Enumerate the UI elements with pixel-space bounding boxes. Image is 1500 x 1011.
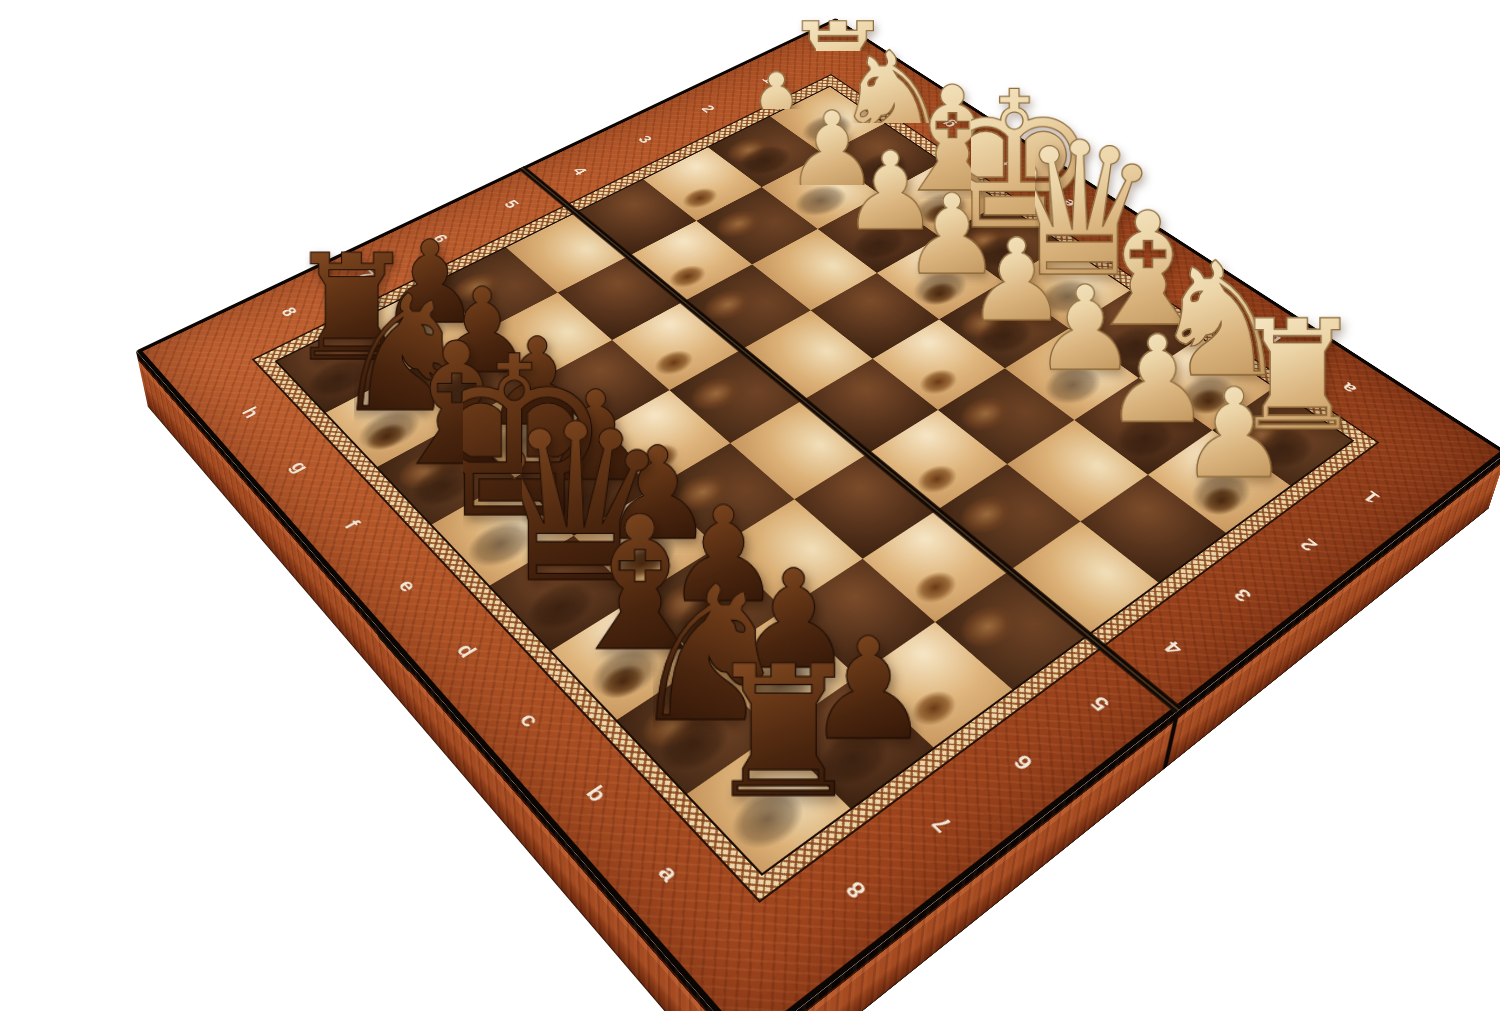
chess-board: 88hh77gg66ff55ee44dd33cc22bb11aa ♜♞♟♝♟♚♟… xyxy=(136,18,1500,1011)
piece-glyph: ♟ xyxy=(1179,377,1290,491)
piece-glyph: ♜ xyxy=(702,649,864,816)
white-pawn-a2[interactable]: ♟ xyxy=(1184,239,1284,491)
product-photo-scene: 88hh77gg66ff55ee44dd33cc22bb11aa ♜♞♟♝♟♚♟… xyxy=(0,0,1500,1011)
brown-rook-a8[interactable]: ♜ xyxy=(725,522,841,816)
perspective-stage: 88hh77gg66ff55ee44dd33cc22bb11aa ♜♞♟♝♟♚♟… xyxy=(318,0,1288,885)
